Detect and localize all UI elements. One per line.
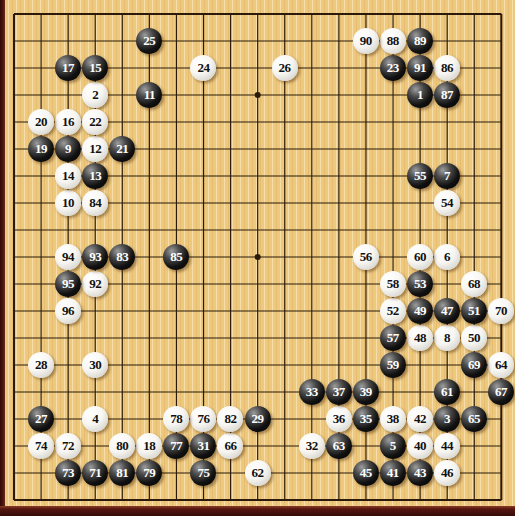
stone-black-67[interactable]: 67 <box>488 379 514 405</box>
stone-black-29[interactable]: 29 <box>245 406 271 432</box>
stone-black-59[interactable]: 59 <box>380 352 406 378</box>
stone-black-17[interactable]: 17 <box>55 55 81 81</box>
stone-black-5[interactable]: 5 <box>380 433 406 459</box>
stone-black-95[interactable]: 95 <box>55 271 81 297</box>
stone-white-52[interactable]: 52 <box>380 298 406 324</box>
stone-white-94[interactable]: 94 <box>55 244 81 270</box>
stone-black-3[interactable]: 3 <box>434 406 460 432</box>
stone-black-75[interactable]: 75 <box>190 460 216 486</box>
stone-black-69[interactable]: 69 <box>461 352 487 378</box>
stone-white-6[interactable]: 6 <box>434 244 460 270</box>
stone-white-46[interactable]: 46 <box>434 460 460 486</box>
stone-black-15[interactable]: 15 <box>82 55 108 81</box>
stone-white-62[interactable]: 62 <box>245 460 271 486</box>
stone-black-39[interactable]: 39 <box>353 379 379 405</box>
stone-black-51[interactable]: 51 <box>461 298 487 324</box>
stone-black-71[interactable]: 71 <box>82 460 108 486</box>
stone-white-90[interactable]: 90 <box>353 28 379 54</box>
stone-white-2[interactable]: 2 <box>82 82 108 108</box>
stone-white-78[interactable]: 78 <box>163 406 189 432</box>
stone-black-63[interactable]: 63 <box>326 433 352 459</box>
stone-white-92[interactable]: 92 <box>82 271 108 297</box>
stone-white-24[interactable]: 24 <box>190 55 216 81</box>
stone-black-27[interactable]: 27 <box>28 406 54 432</box>
stone-white-26[interactable]: 26 <box>272 55 298 81</box>
stone-white-74[interactable]: 74 <box>28 433 54 459</box>
stone-black-43[interactable]: 43 <box>407 460 433 486</box>
stone-white-36[interactable]: 36 <box>326 406 352 432</box>
stone-white-82[interactable]: 82 <box>217 406 243 432</box>
stone-black-93[interactable]: 93 <box>82 244 108 270</box>
stone-white-84[interactable]: 84 <box>82 190 108 216</box>
stone-white-76[interactable]: 76 <box>190 406 216 432</box>
stone-black-53[interactable]: 53 <box>407 271 433 297</box>
stone-white-4[interactable]: 4 <box>82 406 108 432</box>
stone-black-57[interactable]: 57 <box>380 325 406 351</box>
stone-black-25[interactable]: 25 <box>136 28 162 54</box>
stone-black-65[interactable]: 65 <box>461 406 487 432</box>
stone-white-28[interactable]: 28 <box>28 352 54 378</box>
go-board[interactable]: 1234567891011121314151617181920212223242… <box>0 0 515 516</box>
stone-black-85[interactable]: 85 <box>163 244 189 270</box>
stone-white-72[interactable]: 72 <box>55 433 81 459</box>
stone-white-64[interactable]: 64 <box>488 352 514 378</box>
stone-black-19[interactable]: 19 <box>28 136 54 162</box>
stone-white-8[interactable]: 8 <box>434 325 460 351</box>
stone-white-12[interactable]: 12 <box>82 136 108 162</box>
stone-white-30[interactable]: 30 <box>82 352 108 378</box>
stone-black-79[interactable]: 79 <box>136 460 162 486</box>
stone-black-55[interactable]: 55 <box>407 163 433 189</box>
stone-white-16[interactable]: 16 <box>55 109 81 135</box>
stone-black-37[interactable]: 37 <box>326 379 352 405</box>
board-frame-left <box>0 0 5 516</box>
stone-white-38[interactable]: 38 <box>380 406 406 432</box>
stone-black-41[interactable]: 41 <box>380 460 406 486</box>
stone-white-44[interactable]: 44 <box>434 433 460 459</box>
stone-white-96[interactable]: 96 <box>55 298 81 324</box>
stone-white-18[interactable]: 18 <box>136 433 162 459</box>
stone-white-40[interactable]: 40 <box>407 433 433 459</box>
stone-white-58[interactable]: 58 <box>380 271 406 297</box>
stone-black-33[interactable]: 33 <box>299 379 325 405</box>
stone-white-20[interactable]: 20 <box>28 109 54 135</box>
stone-white-14[interactable]: 14 <box>55 163 81 189</box>
board-frame-bottom <box>0 506 515 516</box>
stone-white-42[interactable]: 42 <box>407 406 433 432</box>
stone-black-21[interactable]: 21 <box>109 136 135 162</box>
stone-black-1[interactable]: 1 <box>407 82 433 108</box>
stone-white-32[interactable]: 32 <box>299 433 325 459</box>
stone-white-56[interactable]: 56 <box>353 244 379 270</box>
stone-white-80[interactable]: 80 <box>109 433 135 459</box>
stones-layer: 1234567891011121314151617181920212223242… <box>0 1 514 514</box>
stone-black-31[interactable]: 31 <box>190 433 216 459</box>
stone-black-7[interactable]: 7 <box>434 163 460 189</box>
stone-black-23[interactable]: 23 <box>380 55 406 81</box>
stone-black-89[interactable]: 89 <box>407 28 433 54</box>
stone-black-61[interactable]: 61 <box>434 379 460 405</box>
stone-white-54[interactable]: 54 <box>434 190 460 216</box>
stone-black-47[interactable]: 47 <box>434 298 460 324</box>
stone-white-66[interactable]: 66 <box>217 433 243 459</box>
stone-black-11[interactable]: 11 <box>136 82 162 108</box>
stone-white-88[interactable]: 88 <box>380 28 406 54</box>
stone-black-35[interactable]: 35 <box>353 406 379 432</box>
stone-black-83[interactable]: 83 <box>109 244 135 270</box>
stone-black-81[interactable]: 81 <box>109 460 135 486</box>
stone-white-60[interactable]: 60 <box>407 244 433 270</box>
stone-black-73[interactable]: 73 <box>55 460 81 486</box>
stone-black-87[interactable]: 87 <box>434 82 460 108</box>
stone-white-48[interactable]: 48 <box>407 325 433 351</box>
stone-black-77[interactable]: 77 <box>163 433 189 459</box>
stone-white-10[interactable]: 10 <box>55 190 81 216</box>
stone-black-13[interactable]: 13 <box>82 163 108 189</box>
stone-black-9[interactable]: 9 <box>55 136 81 162</box>
stone-white-50[interactable]: 50 <box>461 325 487 351</box>
stone-white-68[interactable]: 68 <box>461 271 487 297</box>
stone-black-45[interactable]: 45 <box>353 460 379 486</box>
stone-black-91[interactable]: 91 <box>407 55 433 81</box>
stone-white-70[interactable]: 70 <box>488 298 514 324</box>
stone-white-22[interactable]: 22 <box>82 109 108 135</box>
stone-black-49[interactable]: 49 <box>407 298 433 324</box>
stone-white-86[interactable]: 86 <box>434 55 460 81</box>
